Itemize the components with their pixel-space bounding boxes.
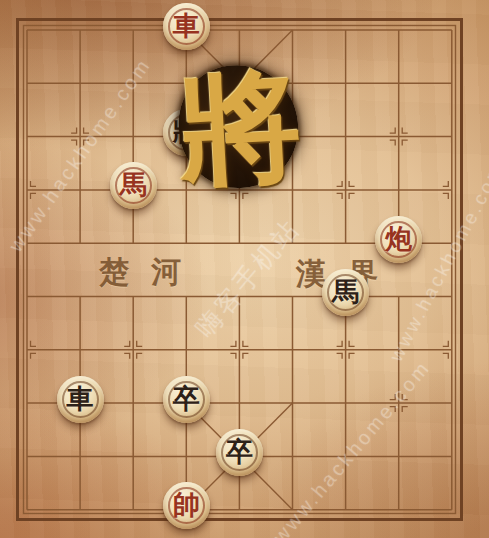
red-general-glyph: 帥 xyxy=(173,491,200,518)
black-soldier[interactable]: 卒 xyxy=(216,429,263,476)
red-horse[interactable]: 馬 xyxy=(110,162,157,209)
black-general-glyph: 將 xyxy=(173,118,200,145)
red-general[interactable]: 帥 xyxy=(163,482,210,529)
black-soldier-glyph: 卒 xyxy=(173,385,200,412)
xiangqi-app-screenshot: 楚河 漢界 www.hackhome.com嗨客手机站www.hackhome.… xyxy=(0,0,489,538)
black-general[interactable]: 將 xyxy=(163,109,210,156)
red-chariot[interactable]: 車 xyxy=(163,3,210,50)
black-chariot-glyph: 車 xyxy=(67,385,94,412)
black-horse-glyph: 馬 xyxy=(332,278,359,305)
black-chariot[interactable]: 車 xyxy=(57,376,104,423)
black-horse[interactable]: 馬 xyxy=(322,269,369,316)
black-soldier[interactable]: 卒 xyxy=(163,376,210,423)
red-chariot-glyph: 車 xyxy=(173,12,200,39)
red-horse-glyph: 馬 xyxy=(120,171,147,198)
red-cannon-glyph: 炮 xyxy=(385,225,412,252)
black-soldier-glyph: 卒 xyxy=(226,438,253,465)
river-label-left: 楚河 xyxy=(99,252,203,293)
red-cannon[interactable]: 炮 xyxy=(375,216,422,263)
